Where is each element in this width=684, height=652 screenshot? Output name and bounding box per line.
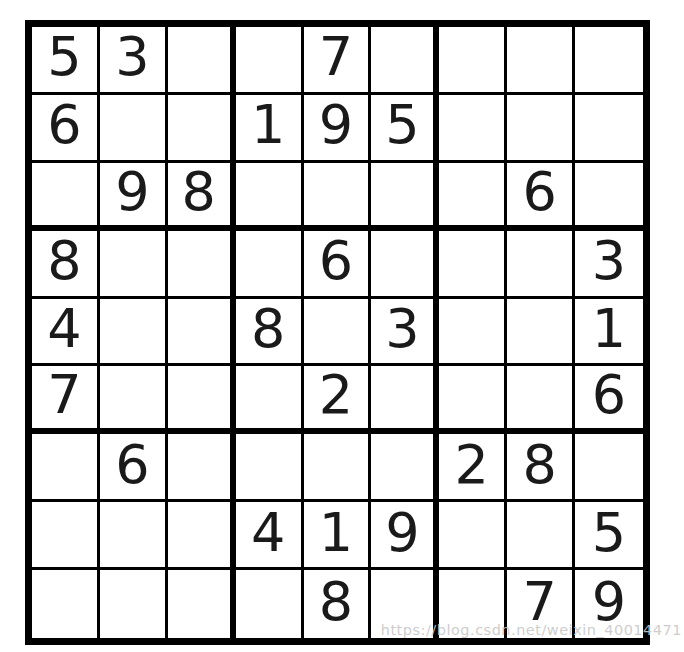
cell-r7c7[interactable]: 2 bbox=[439, 434, 507, 502]
cell-r7c1[interactable] bbox=[32, 434, 100, 502]
cell-r4c2[interactable] bbox=[100, 231, 168, 299]
cell-r3c8[interactable]: 6 bbox=[507, 163, 575, 231]
cell-r2c9[interactable] bbox=[575, 95, 643, 163]
cell-r1c6[interactable] bbox=[371, 27, 439, 95]
cell-r5c3[interactable] bbox=[168, 299, 236, 367]
cell-r8c7[interactable] bbox=[439, 502, 507, 570]
cell-r4c8[interactable] bbox=[507, 231, 575, 299]
cell-r5c4[interactable]: 8 bbox=[236, 299, 304, 367]
cell-r9c5[interactable]: 8 bbox=[304, 570, 372, 638]
cell-r1c1[interactable]: 5 bbox=[32, 27, 100, 95]
cell-r6c9[interactable]: 6 bbox=[575, 366, 643, 434]
cell-r6c4[interactable] bbox=[236, 366, 304, 434]
cell-r6c6[interactable] bbox=[371, 366, 439, 434]
cell-r8c3[interactable] bbox=[168, 502, 236, 570]
sudoku-board: 537619598686348317266284195879 bbox=[25, 20, 650, 645]
cell-r7c8[interactable]: 8 bbox=[507, 434, 575, 502]
cell-r4c6[interactable] bbox=[371, 231, 439, 299]
cell-r4c4[interactable] bbox=[236, 231, 304, 299]
cell-r7c4[interactable] bbox=[236, 434, 304, 502]
cell-r4c3[interactable] bbox=[168, 231, 236, 299]
cell-r8c2[interactable] bbox=[100, 502, 168, 570]
cell-r8c6[interactable]: 9 bbox=[371, 502, 439, 570]
cell-r1c8[interactable] bbox=[507, 27, 575, 95]
cell-r1c4[interactable] bbox=[236, 27, 304, 95]
cell-r6c2[interactable] bbox=[100, 366, 168, 434]
cell-r2c2[interactable] bbox=[100, 95, 168, 163]
cell-r5c6[interactable]: 3 bbox=[371, 299, 439, 367]
cell-r3c4[interactable] bbox=[236, 163, 304, 231]
cell-r2c6[interactable]: 5 bbox=[371, 95, 439, 163]
cell-r5c8[interactable] bbox=[507, 299, 575, 367]
cell-r9c4[interactable] bbox=[236, 570, 304, 638]
cell-r4c7[interactable] bbox=[439, 231, 507, 299]
cell-r3c5[interactable] bbox=[304, 163, 372, 231]
cell-r3c1[interactable] bbox=[32, 163, 100, 231]
cell-r8c5[interactable]: 1 bbox=[304, 502, 372, 570]
cell-r2c8[interactable] bbox=[507, 95, 575, 163]
cell-r2c4[interactable]: 1 bbox=[236, 95, 304, 163]
cell-r5c1[interactable]: 4 bbox=[32, 299, 100, 367]
cell-r9c1[interactable] bbox=[32, 570, 100, 638]
cell-r7c3[interactable] bbox=[168, 434, 236, 502]
cell-r1c3[interactable] bbox=[168, 27, 236, 95]
cell-r8c4[interactable]: 4 bbox=[236, 502, 304, 570]
cell-r4c1[interactable]: 8 bbox=[32, 231, 100, 299]
cell-r7c6[interactable] bbox=[371, 434, 439, 502]
cell-r1c5[interactable]: 7 bbox=[304, 27, 372, 95]
cell-r4c9[interactable]: 3 bbox=[575, 231, 643, 299]
cell-r1c7[interactable] bbox=[439, 27, 507, 95]
cell-r6c7[interactable] bbox=[439, 366, 507, 434]
cell-r1c9[interactable] bbox=[575, 27, 643, 95]
cell-r9c3[interactable] bbox=[168, 570, 236, 638]
sudoku-image: 537619598686348317266284195879 https://b… bbox=[0, 0, 684, 652]
cell-r5c5[interactable] bbox=[304, 299, 372, 367]
cell-r8c8[interactable] bbox=[507, 502, 575, 570]
cell-r7c5[interactable] bbox=[304, 434, 372, 502]
cell-r6c5[interactable]: 2 bbox=[304, 366, 372, 434]
cell-r7c9[interactable] bbox=[575, 434, 643, 502]
cell-r2c1[interactable]: 6 bbox=[32, 95, 100, 163]
cell-r6c1[interactable]: 7 bbox=[32, 366, 100, 434]
cell-r8c1[interactable] bbox=[32, 502, 100, 570]
cell-r9c2[interactable] bbox=[100, 570, 168, 638]
cell-r4c5[interactable]: 6 bbox=[304, 231, 372, 299]
cell-r2c3[interactable] bbox=[168, 95, 236, 163]
cell-r5c2[interactable] bbox=[100, 299, 168, 367]
cell-r3c3[interactable]: 8 bbox=[168, 163, 236, 231]
cell-r2c7[interactable] bbox=[439, 95, 507, 163]
cell-r5c9[interactable]: 1 bbox=[575, 299, 643, 367]
cell-r1c2[interactable]: 3 bbox=[100, 27, 168, 95]
cell-r6c8[interactable] bbox=[507, 366, 575, 434]
cell-r6c3[interactable] bbox=[168, 366, 236, 434]
cell-r3c2[interactable]: 9 bbox=[100, 163, 168, 231]
cell-r3c7[interactable] bbox=[439, 163, 507, 231]
cell-r3c6[interactable] bbox=[371, 163, 439, 231]
cell-r3c9[interactable] bbox=[575, 163, 643, 231]
cell-r2c5[interactable]: 9 bbox=[304, 95, 372, 163]
cell-r5c7[interactable] bbox=[439, 299, 507, 367]
cell-r7c2[interactable]: 6 bbox=[100, 434, 168, 502]
watermark: https://blog.csdn.net/weixin_40014471 bbox=[381, 622, 682, 638]
cell-r8c9[interactable]: 5 bbox=[575, 502, 643, 570]
